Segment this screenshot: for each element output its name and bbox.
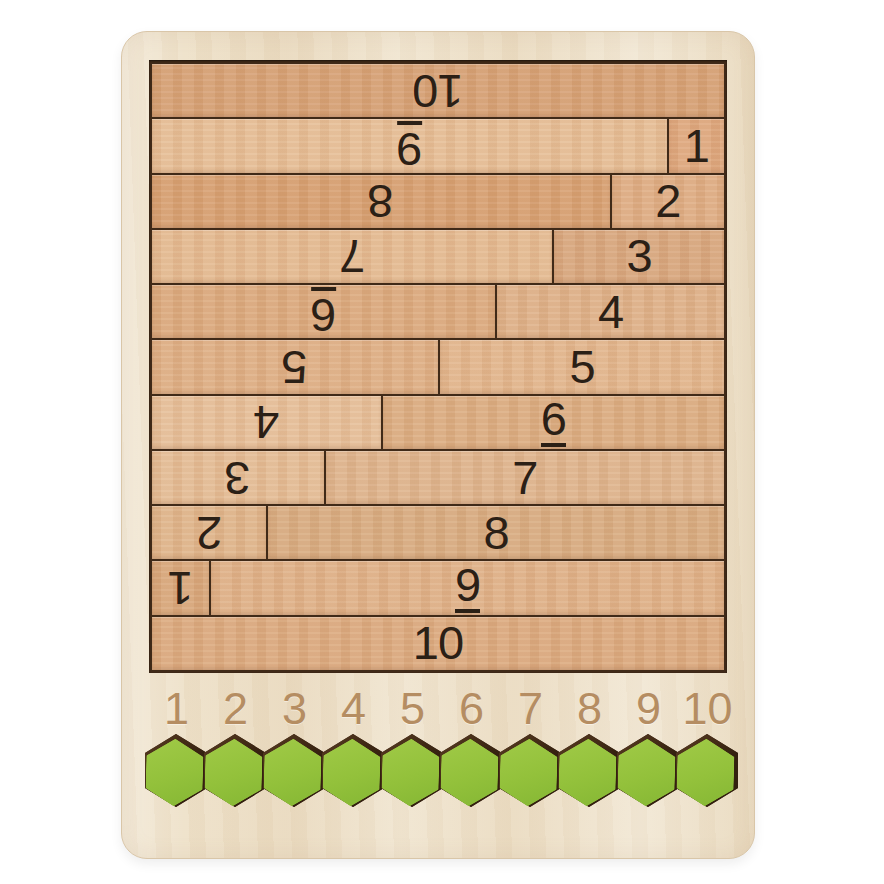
product-photo: 10 9 1 8 2 bbox=[0, 0, 884, 884]
hex-slot-8 bbox=[558, 734, 620, 808]
rod-label: 6 bbox=[311, 287, 336, 336]
scale-number-4: 4 bbox=[324, 685, 383, 733]
rod-row-10: 1 9 bbox=[152, 561, 724, 614]
hex-slot-4 bbox=[322, 734, 384, 808]
rod-1-flipped[interactable]: 1 bbox=[152, 561, 209, 614]
rod-label: 5 bbox=[282, 346, 307, 388]
rod-6-flipped[interactable]: 6 bbox=[152, 285, 495, 338]
rod-row-9: 2 8 bbox=[152, 506, 724, 559]
rod-2-flipped[interactable]: 2 bbox=[152, 506, 266, 559]
scale-number-7: 7 bbox=[501, 685, 560, 733]
rod-label: 5 bbox=[569, 346, 594, 388]
scale-number-10: 10 bbox=[678, 685, 737, 733]
rod-label: 4 bbox=[598, 291, 623, 333]
rod-2[interactable]: 2 bbox=[610, 175, 724, 228]
rod-label: 8 bbox=[368, 180, 393, 222]
rod-9[interactable]: 9 bbox=[209, 561, 724, 614]
hex-slot-9 bbox=[617, 734, 679, 808]
rod-tray: 10 9 1 8 2 bbox=[149, 60, 727, 673]
scale-number-9: 9 bbox=[619, 685, 678, 733]
rod-6[interactable]: 6 bbox=[381, 396, 724, 449]
rod-row-1: 10 bbox=[152, 64, 724, 117]
rod-row-7: 4 6 bbox=[152, 396, 724, 449]
rod-label: 9 bbox=[397, 121, 422, 170]
rod-3[interactable]: 3 bbox=[552, 230, 724, 283]
rod-label: 3 bbox=[225, 457, 250, 499]
rod-label: 10 bbox=[413, 70, 463, 112]
rod-label: 1 bbox=[168, 567, 193, 609]
wooden-board: 10 9 1 8 2 bbox=[121, 31, 755, 859]
rod-row-11: 10 bbox=[152, 617, 724, 670]
scale-number-2: 2 bbox=[206, 685, 265, 733]
hex-slot-1 bbox=[145, 734, 207, 808]
rod-row-2: 9 1 bbox=[152, 119, 724, 172]
rod-row-4: 7 3 bbox=[152, 230, 724, 283]
rod-10[interactable]: 10 bbox=[152, 617, 724, 670]
rod-7-flipped[interactable]: 7 bbox=[152, 230, 552, 283]
number-scale: 1 2 3 4 5 6 7 8 9 10 bbox=[147, 685, 737, 733]
rod-label: 2 bbox=[197, 512, 222, 554]
scale-number-1: 1 bbox=[147, 685, 206, 733]
scale-number-3: 3 bbox=[265, 685, 324, 733]
hex-slot-7 bbox=[499, 734, 561, 808]
rod-3-flipped[interactable]: 3 bbox=[152, 451, 324, 504]
rod-row-8: 3 7 bbox=[152, 451, 724, 504]
rod-label: 9 bbox=[455, 564, 480, 613]
scale-number-5: 5 bbox=[383, 685, 442, 733]
rod-label: 3 bbox=[627, 235, 652, 277]
rod-row-3: 8 2 bbox=[152, 175, 724, 228]
scale-number-6: 6 bbox=[442, 685, 501, 733]
rod-label: 10 bbox=[413, 622, 463, 664]
hex-slot-5 bbox=[381, 734, 443, 808]
rod-row-6: 5 5 bbox=[152, 340, 724, 393]
rod-8[interactable]: 8 bbox=[266, 506, 724, 559]
scale-number-8: 8 bbox=[560, 685, 619, 733]
hex-slot-10 bbox=[676, 734, 738, 808]
rod-row-5: 6 4 bbox=[152, 285, 724, 338]
rod-label: 4 bbox=[254, 401, 279, 443]
rod-label: 7 bbox=[512, 457, 537, 499]
hex-slot-3 bbox=[263, 734, 325, 808]
hex-slot-2 bbox=[204, 734, 266, 808]
rod-label: 7 bbox=[340, 235, 365, 277]
rod-1[interactable]: 1 bbox=[667, 119, 724, 172]
rod-label: 1 bbox=[684, 125, 709, 167]
rod-4[interactable]: 4 bbox=[495, 285, 724, 338]
rod-label: 2 bbox=[655, 180, 680, 222]
rod-5[interactable]: 5 bbox=[438, 340, 724, 393]
rod-10-flipped[interactable]: 10 bbox=[152, 64, 724, 117]
rod-label: 8 bbox=[484, 512, 509, 554]
rod-grid: 10 9 1 8 2 bbox=[152, 64, 724, 670]
rod-9-flipped[interactable]: 9 bbox=[152, 119, 667, 172]
rod-label: 6 bbox=[541, 398, 566, 447]
rod-8-flipped[interactable]: 8 bbox=[152, 175, 610, 228]
hex-slot-6 bbox=[440, 734, 502, 808]
rod-7[interactable]: 7 bbox=[324, 451, 724, 504]
rod-4-flipped[interactable]: 4 bbox=[152, 396, 381, 449]
rod-5-flipped[interactable]: 5 bbox=[152, 340, 438, 393]
